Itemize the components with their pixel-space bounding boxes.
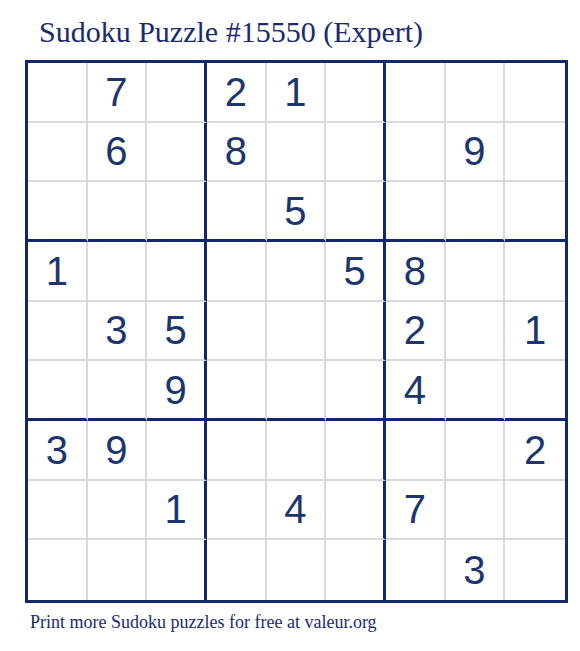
- cell-r1c2[interactable]: 7: [88, 63, 148, 123]
- cell-r7c8[interactable]: [446, 421, 506, 481]
- page-title: Sudoku Puzzle #15550 (Expert): [39, 14, 423, 50]
- cell-r4c5[interactable]: [267, 242, 327, 302]
- cell-r4c1[interactable]: 1: [28, 242, 88, 302]
- cell-r2c4[interactable]: 8: [207, 123, 267, 183]
- cell-r4c2[interactable]: [88, 242, 148, 302]
- cell-r9c1[interactable]: [28, 540, 88, 600]
- cell-r7c7[interactable]: [386, 421, 446, 481]
- cell-r9c6[interactable]: [326, 540, 386, 600]
- cell-r5c3[interactable]: 5: [147, 302, 207, 362]
- cell-r3c4[interactable]: [207, 182, 267, 242]
- cell-r8c8[interactable]: [446, 481, 506, 541]
- cell-r4c4[interactable]: [207, 242, 267, 302]
- cell-r6c5[interactable]: [267, 361, 327, 421]
- cell-r7c5[interactable]: [267, 421, 327, 481]
- cell-r9c2[interactable]: [88, 540, 148, 600]
- cell-r9c4[interactable]: [207, 540, 267, 600]
- cell-r3c1[interactable]: [28, 182, 88, 242]
- cell-r4c9[interactable]: [505, 242, 565, 302]
- cell-r9c5[interactable]: [267, 540, 327, 600]
- cell-r7c9[interactable]: 2: [505, 421, 565, 481]
- cell-r6c9[interactable]: [505, 361, 565, 421]
- cell-r2c3[interactable]: [147, 123, 207, 183]
- cell-r2c1[interactable]: [28, 123, 88, 183]
- cell-r3c3[interactable]: [147, 182, 207, 242]
- cell-r5c1[interactable]: [28, 302, 88, 362]
- cell-r9c3[interactable]: [147, 540, 207, 600]
- cell-r1c3[interactable]: [147, 63, 207, 123]
- cell-r2c5[interactable]: [267, 123, 327, 183]
- cell-r5c4[interactable]: [207, 302, 267, 362]
- cell-r7c3[interactable]: [147, 421, 207, 481]
- cell-r5c9[interactable]: 1: [505, 302, 565, 362]
- cell-r8c4[interactable]: [207, 481, 267, 541]
- cell-r3c9[interactable]: [505, 182, 565, 242]
- cell-r2c2[interactable]: 6: [88, 123, 148, 183]
- cell-r7c4[interactable]: [207, 421, 267, 481]
- cell-r3c5[interactable]: 5: [267, 182, 327, 242]
- cell-r8c5[interactable]: 4: [267, 481, 327, 541]
- cell-r6c8[interactable]: [446, 361, 506, 421]
- cell-r1c9[interactable]: [505, 63, 565, 123]
- cell-r4c8[interactable]: [446, 242, 506, 302]
- cell-r9c8[interactable]: 3: [446, 540, 506, 600]
- cell-r8c9[interactable]: [505, 481, 565, 541]
- cell-r1c6[interactable]: [326, 63, 386, 123]
- cell-r8c6[interactable]: [326, 481, 386, 541]
- cell-r1c1[interactable]: [28, 63, 88, 123]
- cell-r6c2[interactable]: [88, 361, 148, 421]
- cell-r3c8[interactable]: [446, 182, 506, 242]
- cell-r2c6[interactable]: [326, 123, 386, 183]
- cell-r5c5[interactable]: [267, 302, 327, 362]
- cell-r5c7[interactable]: 2: [386, 302, 446, 362]
- cell-r2c7[interactable]: [386, 123, 446, 183]
- cell-r5c2[interactable]: 3: [88, 302, 148, 362]
- cell-r4c3[interactable]: [147, 242, 207, 302]
- cell-r8c7[interactable]: 7: [386, 481, 446, 541]
- cell-r7c1[interactable]: 3: [28, 421, 88, 481]
- cell-r2c8[interactable]: 9: [446, 123, 506, 183]
- cell-r6c1[interactable]: [28, 361, 88, 421]
- cell-r1c5[interactable]: 1: [267, 63, 327, 123]
- cell-r5c6[interactable]: [326, 302, 386, 362]
- cell-r8c3[interactable]: 1: [147, 481, 207, 541]
- cell-r8c1[interactable]: [28, 481, 88, 541]
- cell-r3c2[interactable]: [88, 182, 148, 242]
- cell-r4c6[interactable]: 5: [326, 242, 386, 302]
- cell-r8c2[interactable]: [88, 481, 148, 541]
- cell-r1c7[interactable]: [386, 63, 446, 123]
- cell-r6c4[interactable]: [207, 361, 267, 421]
- cell-r3c7[interactable]: [386, 182, 446, 242]
- cell-r1c4[interactable]: 2: [207, 63, 267, 123]
- footer-text: Print more Sudoku puzzles for free at va…: [30, 612, 377, 633]
- cell-r7c2[interactable]: 9: [88, 421, 148, 481]
- cell-r2c9[interactable]: [505, 123, 565, 183]
- cell-r6c6[interactable]: [326, 361, 386, 421]
- cell-r6c7[interactable]: 4: [386, 361, 446, 421]
- cell-r4c7[interactable]: 8: [386, 242, 446, 302]
- cell-r3c6[interactable]: [326, 182, 386, 242]
- sudoku-board: 72168951583521943921473: [25, 60, 568, 603]
- sudoku-page: Sudoku Puzzle #15550 (Expert) 7216895158…: [0, 0, 580, 651]
- cell-r1c8[interactable]: [446, 63, 506, 123]
- cell-r6c3[interactable]: 9: [147, 361, 207, 421]
- cell-r7c6[interactable]: [326, 421, 386, 481]
- cell-r5c8[interactable]: [446, 302, 506, 362]
- cell-r9c7[interactable]: [386, 540, 446, 600]
- cell-r9c9[interactable]: [505, 540, 565, 600]
